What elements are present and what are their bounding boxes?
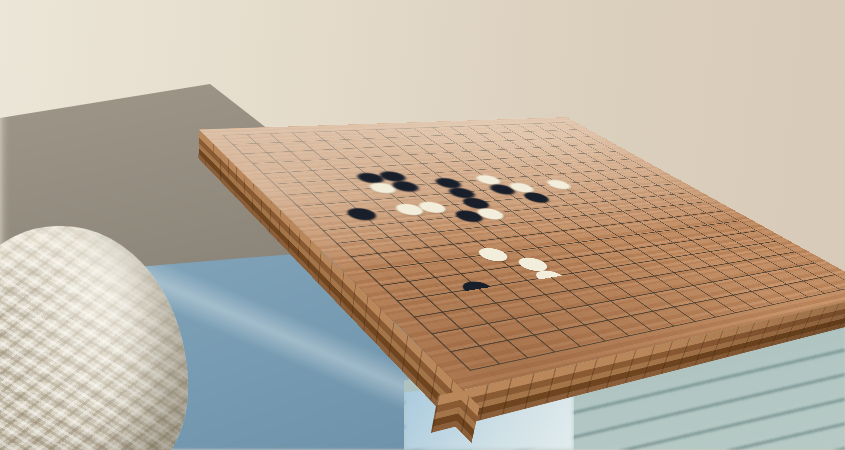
- scene: ●●●●●●●●●●●●●●●●●●●●●●●●●●●●●●●●●●●●●●: [0, 0, 845, 450]
